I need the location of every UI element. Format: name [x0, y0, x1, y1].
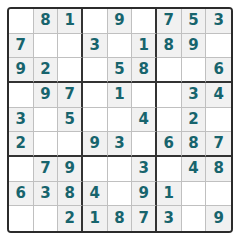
cell-r7c6[interactable]: 3: [132, 157, 157, 182]
cell-r8c6[interactable]: 9: [132, 182, 157, 207]
cell-r5c7[interactable]: [157, 108, 182, 133]
cell-r2c8[interactable]: 9: [182, 34, 207, 59]
cell-r1c1[interactable]: [9, 9, 34, 34]
cell-r3c8[interactable]: [182, 58, 207, 83]
cell-r9c3[interactable]: 2: [58, 206, 83, 231]
cell-r4c3[interactable]: 7: [58, 83, 83, 108]
cell-r3c1[interactable]: 9: [9, 58, 34, 83]
cell-r9c4[interactable]: 1: [83, 206, 108, 231]
cell-r7c3[interactable]: 9: [58, 157, 83, 182]
cell-r6c2[interactable]: [34, 132, 59, 157]
cell-r6c1[interactable]: 2: [9, 132, 34, 157]
cell-r4c2[interactable]: 9: [34, 83, 59, 108]
cell-r9c7[interactable]: 3: [157, 206, 182, 231]
sudoku-board-frame: 8197537318992586971343542293687793486384…: [7, 7, 233, 233]
cell-r2c1[interactable]: 7: [9, 34, 34, 59]
cell-r9c1[interactable]: [9, 206, 34, 231]
cell-r7c5[interactable]: [108, 157, 133, 182]
cell-r7c8[interactable]: 4: [182, 157, 207, 182]
cell-r2c3[interactable]: [58, 34, 83, 59]
cell-r1c3[interactable]: 1: [58, 9, 83, 34]
cell-r4c7[interactable]: [157, 83, 182, 108]
cell-r4c8[interactable]: 3: [182, 83, 207, 108]
cell-r8c7[interactable]: 1: [157, 182, 182, 207]
cell-r3c5[interactable]: 5: [108, 58, 133, 83]
cell-r3c9[interactable]: 6: [206, 58, 231, 83]
cell-r1c2[interactable]: 8: [34, 9, 59, 34]
cell-r1c7[interactable]: 7: [157, 9, 182, 34]
cell-r7c7[interactable]: [157, 157, 182, 182]
cell-r2c7[interactable]: 8: [157, 34, 182, 59]
cell-r9c5[interactable]: 8: [108, 206, 133, 231]
cell-r6c9[interactable]: 7: [206, 132, 231, 157]
cell-r7c9[interactable]: 8: [206, 157, 231, 182]
cell-r4c9[interactable]: 4: [206, 83, 231, 108]
cell-r4c1[interactable]: [9, 83, 34, 108]
cell-r7c2[interactable]: 7: [34, 157, 59, 182]
cell-r6c6[interactable]: [132, 132, 157, 157]
sudoku-board: 8197537318992586971343542293687793486384…: [9, 9, 231, 231]
cell-r2c5[interactable]: [108, 34, 133, 59]
cell-r3c7[interactable]: [157, 58, 182, 83]
cell-r6c8[interactable]: 8: [182, 132, 207, 157]
cell-r9c8[interactable]: [182, 206, 207, 231]
cell-r1c9[interactable]: 3: [206, 9, 231, 34]
cell-r1c6[interactable]: [132, 9, 157, 34]
cell-r8c4[interactable]: 4: [83, 182, 108, 207]
cell-r8c1[interactable]: 6: [9, 182, 34, 207]
cell-r3c4[interactable]: [83, 58, 108, 83]
cell-r1c8[interactable]: 5: [182, 9, 207, 34]
cell-r9c2[interactable]: [34, 206, 59, 231]
cell-r1c4[interactable]: [83, 9, 108, 34]
cell-r2c2[interactable]: [34, 34, 59, 59]
cell-r7c1[interactable]: [9, 157, 34, 182]
cell-r5c2[interactable]: [34, 108, 59, 133]
cell-r5c6[interactable]: 4: [132, 108, 157, 133]
cell-r8c3[interactable]: 8: [58, 182, 83, 207]
cell-r2c6[interactable]: 1: [132, 34, 157, 59]
cell-r7c4[interactable]: [83, 157, 108, 182]
cell-r9c9[interactable]: 9: [206, 206, 231, 231]
cell-r1c5[interactable]: 9: [108, 9, 133, 34]
cell-r4c4[interactable]: [83, 83, 108, 108]
cell-r6c3[interactable]: [58, 132, 83, 157]
cell-r4c5[interactable]: 1: [108, 83, 133, 108]
cell-r8c8[interactable]: [182, 182, 207, 207]
cell-r5c3[interactable]: 5: [58, 108, 83, 133]
cell-r8c9[interactable]: [206, 182, 231, 207]
cell-r5c4[interactable]: [83, 108, 108, 133]
cell-r8c2[interactable]: 3: [34, 182, 59, 207]
cell-r2c4[interactable]: 3: [83, 34, 108, 59]
cell-r2c9[interactable]: [206, 34, 231, 59]
cell-r6c7[interactable]: 6: [157, 132, 182, 157]
cell-r3c6[interactable]: 8: [132, 58, 157, 83]
cell-r6c5[interactable]: 3: [108, 132, 133, 157]
cell-r5c8[interactable]: 2: [182, 108, 207, 133]
cell-r3c2[interactable]: 2: [34, 58, 59, 83]
cell-r9c6[interactable]: 7: [132, 206, 157, 231]
cell-r5c5[interactable]: [108, 108, 133, 133]
cell-r5c1[interactable]: 3: [9, 108, 34, 133]
cell-r4c6[interactable]: [132, 83, 157, 108]
cell-r5c9[interactable]: [206, 108, 231, 133]
cell-r3c3[interactable]: [58, 58, 83, 83]
cell-r6c4[interactable]: 9: [83, 132, 108, 157]
cell-r8c5[interactable]: [108, 182, 133, 207]
